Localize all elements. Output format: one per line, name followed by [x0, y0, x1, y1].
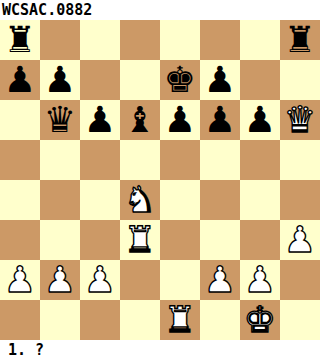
move-prompt: 1. ?	[0, 340, 320, 360]
white-pawn-c2: ♟	[84, 260, 116, 300]
square-d4[interactable]: ♞	[120, 180, 160, 220]
square-b3[interactable]	[40, 220, 80, 260]
square-h8[interactable]: ♜	[280, 20, 320, 60]
square-h7[interactable]	[280, 60, 320, 100]
square-b1[interactable]	[40, 300, 80, 340]
square-h3[interactable]: ♟	[280, 220, 320, 260]
square-a1[interactable]	[0, 300, 40, 340]
square-f7[interactable]: ♟	[200, 60, 240, 100]
white-rook-d3: ♜	[124, 220, 156, 260]
square-e1[interactable]: ♜	[160, 300, 200, 340]
square-c5[interactable]	[80, 140, 120, 180]
black-pawn-g6: ♟	[244, 100, 276, 140]
white-pawn-h3: ♟	[284, 220, 316, 260]
square-f3[interactable]	[200, 220, 240, 260]
square-e8[interactable]	[160, 20, 200, 60]
square-h1[interactable]	[280, 300, 320, 340]
chess-board: ♜♜♟♟♚♟♛♟♝♟♟♟♛♞♜♟♟♟♟♟♟♜♚	[0, 20, 320, 340]
square-c2[interactable]: ♟	[80, 260, 120, 300]
square-h4[interactable]	[280, 180, 320, 220]
white-king-g1: ♚	[244, 300, 276, 340]
square-c1[interactable]	[80, 300, 120, 340]
square-f2[interactable]: ♟	[200, 260, 240, 300]
black-bishop-d6: ♝	[124, 100, 156, 140]
square-b2[interactable]: ♟	[40, 260, 80, 300]
square-c8[interactable]	[80, 20, 120, 60]
square-g5[interactable]	[240, 140, 280, 180]
square-f4[interactable]	[200, 180, 240, 220]
square-e6[interactable]: ♟	[160, 100, 200, 140]
square-a5[interactable]	[0, 140, 40, 180]
square-d3[interactable]: ♜	[120, 220, 160, 260]
white-pawn-b2: ♟	[44, 260, 76, 300]
square-g1[interactable]: ♚	[240, 300, 280, 340]
square-f8[interactable]	[200, 20, 240, 60]
black-pawn-c6: ♟	[84, 100, 116, 140]
square-g7[interactable]	[240, 60, 280, 100]
square-g3[interactable]	[240, 220, 280, 260]
square-f5[interactable]	[200, 140, 240, 180]
black-king-e7: ♚	[164, 60, 196, 100]
square-a4[interactable]	[0, 180, 40, 220]
square-d1[interactable]	[120, 300, 160, 340]
square-a2[interactable]: ♟	[0, 260, 40, 300]
square-h5[interactable]	[280, 140, 320, 180]
square-e4[interactable]	[160, 180, 200, 220]
square-h6[interactable]: ♛	[280, 100, 320, 140]
square-e5[interactable]	[160, 140, 200, 180]
square-e3[interactable]	[160, 220, 200, 260]
square-b8[interactable]	[40, 20, 80, 60]
square-g6[interactable]: ♟	[240, 100, 280, 140]
square-e7[interactable]: ♚	[160, 60, 200, 100]
white-pawn-f2: ♟	[204, 260, 236, 300]
square-c4[interactable]	[80, 180, 120, 220]
square-f6[interactable]: ♟	[200, 100, 240, 140]
square-b7[interactable]: ♟	[40, 60, 80, 100]
black-rook-h8: ♜	[284, 20, 316, 60]
square-a7[interactable]: ♟	[0, 60, 40, 100]
square-f1[interactable]	[200, 300, 240, 340]
white-pawn-a2: ♟	[4, 260, 36, 300]
square-c3[interactable]	[80, 220, 120, 260]
black-pawn-a7: ♟	[4, 60, 36, 100]
black-queen-b6: ♛	[44, 100, 76, 140]
black-pawn-f6: ♟	[204, 100, 236, 140]
square-b4[interactable]	[40, 180, 80, 220]
white-pawn-g2: ♟	[244, 260, 276, 300]
square-g8[interactable]	[240, 20, 280, 60]
square-d6[interactable]: ♝	[120, 100, 160, 140]
square-d8[interactable]	[120, 20, 160, 60]
square-b5[interactable]	[40, 140, 80, 180]
square-g2[interactable]: ♟	[240, 260, 280, 300]
black-rook-a8: ♜	[4, 20, 36, 60]
square-a8[interactable]: ♜	[0, 20, 40, 60]
square-a6[interactable]	[0, 100, 40, 140]
square-d5[interactable]	[120, 140, 160, 180]
black-pawn-b7: ♟	[44, 60, 76, 100]
square-g4[interactable]	[240, 180, 280, 220]
square-d2[interactable]	[120, 260, 160, 300]
square-h2[interactable]	[280, 260, 320, 300]
square-a3[interactable]	[0, 220, 40, 260]
square-d7[interactable]	[120, 60, 160, 100]
puzzle-title: WCSAC.0882	[0, 0, 320, 20]
square-b6[interactable]: ♛	[40, 100, 80, 140]
black-pawn-e6: ♟	[164, 100, 196, 140]
black-pawn-f7: ♟	[204, 60, 236, 100]
white-knight-d4: ♞	[124, 180, 156, 220]
square-e2[interactable]	[160, 260, 200, 300]
square-c6[interactable]: ♟	[80, 100, 120, 140]
square-c7[interactable]	[80, 60, 120, 100]
white-queen-h6: ♛	[284, 100, 316, 140]
white-rook-e1: ♜	[164, 300, 196, 340]
